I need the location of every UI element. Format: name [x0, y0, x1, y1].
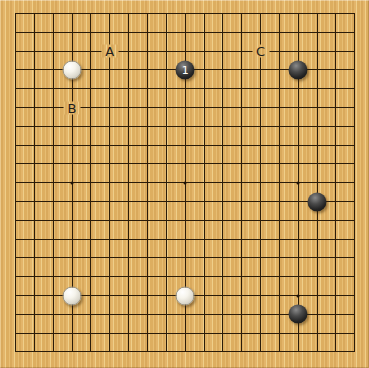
grid-line-vertical	[354, 13, 355, 352]
white-stone	[176, 286, 195, 305]
go-board[interactable]: ABC1	[0, 0, 369, 368]
grid-line-horizontal	[15, 333, 355, 334]
grid-line-horizontal	[15, 201, 355, 202]
grid-line-vertical	[260, 13, 261, 352]
black-stone	[289, 305, 308, 324]
grid-line-vertical	[222, 13, 223, 352]
black-stone	[289, 60, 308, 79]
grid-line-vertical	[279, 13, 280, 352]
black-stone: 1	[176, 60, 195, 79]
move-number-label: 1	[182, 64, 189, 75]
star-point	[297, 294, 300, 297]
grid-line-horizontal	[15, 276, 355, 277]
grid-line-vertical	[317, 13, 318, 352]
grid-line-vertical	[335, 13, 336, 352]
grid-line-vertical	[241, 13, 242, 352]
point-label-B[interactable]: B	[64, 101, 81, 114]
star-point	[71, 181, 74, 184]
grid-line-vertical	[204, 13, 205, 352]
grid-line-horizontal	[15, 220, 355, 221]
point-label-A[interactable]: A	[101, 45, 118, 58]
grid-line-horizontal	[15, 351, 355, 352]
grid-line-horizontal	[15, 257, 355, 258]
white-stone	[63, 60, 82, 79]
star-point	[297, 181, 300, 184]
grid-line-horizontal	[15, 239, 355, 240]
black-stone	[308, 192, 327, 211]
point-label-C[interactable]: C	[252, 45, 269, 58]
white-stone	[63, 286, 82, 305]
star-point	[184, 181, 187, 184]
